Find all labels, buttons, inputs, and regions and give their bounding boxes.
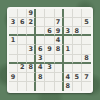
- cell-r9c1[interactable]: [9, 82, 18, 91]
- cell-r2c9[interactable]: 5: [82, 18, 91, 27]
- cell-r6c2[interactable]: [18, 55, 27, 64]
- cell-r1c6[interactable]: [55, 9, 64, 18]
- cell-r2c8[interactable]: [73, 18, 82, 27]
- cell-r2c1[interactable]: 3: [9, 18, 18, 27]
- cell-r7c8[interactable]: [73, 64, 82, 73]
- cell-r6c4[interactable]: 3: [36, 55, 45, 64]
- page-background: 93627569381436981382843984578: [0, 0, 100, 100]
- cell-r5c2[interactable]: [18, 45, 27, 54]
- cell-r9c3[interactable]: [27, 82, 36, 91]
- cell-r9c8[interactable]: [73, 82, 82, 91]
- cell-r4c7[interactable]: [64, 36, 73, 45]
- sudoku-board: 93627569381436981382843984578: [7, 7, 93, 93]
- cell-r9c2[interactable]: [18, 82, 27, 91]
- cell-r8c2[interactable]: [18, 73, 27, 82]
- cell-r4c5[interactable]: [45, 36, 54, 45]
- cell-r1c5[interactable]: [45, 9, 54, 18]
- cell-r9c5[interactable]: [45, 82, 54, 91]
- cell-r4c8[interactable]: [73, 36, 82, 45]
- cell-r1c4[interactable]: [36, 9, 45, 18]
- cell-r2c2[interactable]: 6: [18, 18, 27, 27]
- cell-r6c5[interactable]: [45, 55, 54, 64]
- cell-r5c1[interactable]: [9, 45, 18, 54]
- cell-r3c2[interactable]: [18, 27, 27, 36]
- cell-r3c4[interactable]: [36, 27, 45, 36]
- cell-r6c3[interactable]: [27, 55, 36, 64]
- cell-r9c6[interactable]: [55, 82, 64, 91]
- cell-r2c7[interactable]: [64, 18, 73, 27]
- cell-r5c6[interactable]: 8: [55, 45, 64, 54]
- cell-r3c3[interactable]: [27, 27, 36, 36]
- cell-r4c3[interactable]: [27, 36, 36, 45]
- cell-r2c4[interactable]: [36, 18, 45, 27]
- cell-r3c6[interactable]: 9: [55, 27, 64, 36]
- cell-r1c8[interactable]: [73, 9, 82, 18]
- cell-r4c9[interactable]: [82, 36, 91, 45]
- cell-r7c7[interactable]: [64, 64, 73, 73]
- cell-r6c6[interactable]: [55, 55, 64, 64]
- cell-r7c6[interactable]: [55, 64, 64, 73]
- cell-r1c9[interactable]: [82, 9, 91, 18]
- cell-r8c7[interactable]: 4: [64, 73, 73, 82]
- cell-r8c5[interactable]: [45, 73, 54, 82]
- cell-r2c6[interactable]: 7: [55, 18, 64, 27]
- cell-r6c1[interactable]: [9, 55, 18, 64]
- cell-r7c9[interactable]: [82, 64, 91, 73]
- cell-r6c8[interactable]: [73, 55, 82, 64]
- sudoku-grid: 93627569381436981382843984578: [9, 9, 91, 91]
- cell-r9c7[interactable]: 8: [64, 82, 73, 91]
- cell-r3c5[interactable]: 6: [45, 27, 54, 36]
- cell-r1c7[interactable]: [64, 9, 73, 18]
- cell-r3c7[interactable]: 3: [64, 27, 73, 36]
- cell-r4c4[interactable]: [36, 36, 45, 45]
- cell-r8c1[interactable]: 9: [9, 73, 18, 82]
- cell-r8c6[interactable]: [55, 73, 64, 82]
- cell-r5c8[interactable]: [73, 45, 82, 54]
- cell-r9c4[interactable]: [36, 82, 45, 91]
- cell-r2c5[interactable]: [45, 18, 54, 27]
- cell-r4c1[interactable]: 1: [9, 36, 18, 45]
- cell-r4c2[interactable]: [18, 36, 27, 45]
- cell-r5c5[interactable]: 9: [45, 45, 54, 54]
- cell-r8c4[interactable]: 8: [36, 73, 45, 82]
- cell-r7c5[interactable]: 3: [45, 64, 54, 73]
- cell-r3c1[interactable]: [9, 27, 18, 36]
- cell-r7c4[interactable]: 4: [36, 64, 45, 73]
- cell-r8c3[interactable]: [27, 73, 36, 82]
- cell-r2c3[interactable]: 2: [27, 18, 36, 27]
- cell-r7c1[interactable]: [9, 64, 18, 73]
- cell-r7c3[interactable]: 8: [27, 64, 36, 73]
- cell-r6c7[interactable]: [64, 55, 73, 64]
- cell-r3c9[interactable]: [82, 27, 91, 36]
- cell-r8c9[interactable]: 7: [82, 73, 91, 82]
- cell-r1c3[interactable]: 9: [27, 9, 36, 18]
- cell-r1c1[interactable]: [9, 9, 18, 18]
- cell-r5c3[interactable]: 3: [27, 45, 36, 54]
- cell-r6c9[interactable]: 8: [82, 55, 91, 64]
- cell-r4c6[interactable]: 4: [55, 36, 64, 45]
- cell-r5c7[interactable]: 1: [64, 45, 73, 54]
- cell-r1c2[interactable]: [18, 9, 27, 18]
- cell-r7c2[interactable]: 2: [18, 64, 27, 73]
- cell-r8c8[interactable]: 5: [73, 73, 82, 82]
- cell-r3c8[interactable]: 8: [73, 27, 82, 36]
- cell-r9c9[interactable]: [82, 82, 91, 91]
